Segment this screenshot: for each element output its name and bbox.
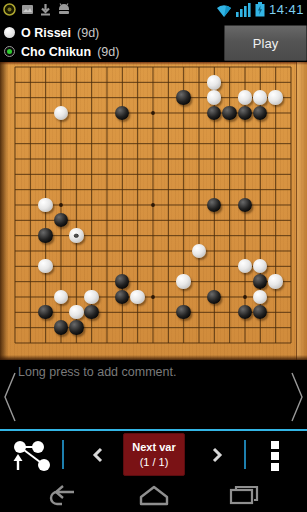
next-var-button[interactable]: Next var (1 / 1) — [123, 433, 185, 476]
stone-black — [238, 106, 252, 120]
comment-placeholder: Long press to add comment. — [18, 365, 176, 379]
next-var-label: Next var — [132, 440, 175, 454]
battery-icon — [255, 2, 265, 17]
white-stone-icon — [4, 27, 15, 38]
stone-white — [253, 259, 267, 273]
stone-white — [176, 274, 190, 288]
last-move-marker — [74, 233, 79, 238]
stones-layer — [7, 59, 298, 350]
stone-black — [176, 90, 190, 104]
stone-white — [238, 90, 252, 104]
player-bar: O Rissei (9d) Cho Chikun (9d) Play — [0, 22, 307, 62]
stone-white — [38, 259, 52, 273]
stone-black — [238, 198, 252, 212]
stone-white — [253, 90, 267, 104]
toolbar-separator — [62, 440, 64, 469]
turn-indicator-dot — [7, 49, 12, 54]
app-screen: 14:41 O Rissei (9d) Cho Chikun (9d) Play… — [0, 0, 307, 512]
stone-black — [54, 320, 68, 334]
recents-icon[interactable] — [228, 483, 260, 507]
stone-black — [115, 274, 129, 288]
next-move-chevron-icon[interactable] — [290, 371, 304, 423]
play-button[interactable]: Play — [224, 25, 307, 61]
stone-white — [238, 259, 252, 273]
stone-black — [253, 274, 267, 288]
status-right-icons: 14:41 — [216, 2, 304, 17]
prev-variation-button[interactable] — [82, 440, 112, 469]
left-chevron-icon — [92, 447, 103, 463]
stone-black — [207, 198, 221, 212]
back-icon[interactable] — [46, 483, 80, 507]
variation-tree-icon[interactable] — [8, 438, 58, 472]
signal-icon — [236, 3, 251, 17]
stone-black — [69, 320, 83, 334]
goban[interactable] — [0, 62, 307, 360]
stone-white — [69, 228, 83, 242]
right-chevron-icon — [212, 447, 223, 463]
stone-black — [54, 213, 68, 227]
overflow-menu-icon[interactable] — [271, 441, 279, 471]
player-white-rank: (9d) — [77, 26, 99, 40]
stone-white — [69, 305, 83, 319]
stone-black — [253, 305, 267, 319]
prev-move-chevron-icon[interactable] — [3, 371, 17, 423]
stone-white — [253, 290, 267, 304]
next-var-count: (1 / 1) — [140, 455, 169, 469]
download-icon — [39, 3, 52, 16]
next-variation-button[interactable] — [202, 440, 232, 469]
stone-white — [207, 90, 221, 104]
stone-black — [207, 290, 221, 304]
stone-black — [38, 228, 52, 242]
stone-black — [115, 106, 129, 120]
stone-white — [54, 106, 68, 120]
stone-white — [268, 90, 282, 104]
stone-white — [268, 274, 282, 288]
stone-white — [192, 244, 206, 258]
stone-black — [176, 305, 190, 319]
android-nav-bar — [0, 477, 307, 512]
stone-black — [207, 106, 221, 120]
stone-white — [207, 75, 221, 89]
notification-icon — [3, 3, 16, 16]
player-black-rank: (9d) — [97, 45, 119, 59]
clock: 14:41 — [269, 2, 304, 17]
status-bar: 14:41 — [0, 0, 307, 22]
player-white-name: O Rissei — [21, 26, 71, 40]
stone-black — [222, 106, 236, 120]
stone-black — [115, 290, 129, 304]
comment-area[interactable]: Long press to add comment. — [0, 360, 307, 429]
usb-debug-icon — [57, 3, 71, 16]
stone-white — [130, 290, 144, 304]
toolbar-separator-2 — [244, 440, 246, 469]
stone-white — [84, 290, 98, 304]
stone-black — [253, 106, 267, 120]
stone-black — [84, 305, 98, 319]
wifi-icon — [216, 3, 232, 17]
screenshot-icon — [21, 3, 34, 16]
player-white-row: O Rissei (9d) — [4, 23, 99, 42]
stone-black — [238, 305, 252, 319]
status-left-icons — [3, 3, 71, 16]
stone-white — [54, 290, 68, 304]
stone-white — [38, 198, 52, 212]
toolbar: Next var (1 / 1) — [0, 429, 307, 477]
black-stone-turn-icon — [4, 46, 15, 57]
player-black-row: Cho Chikun (9d) — [4, 42, 119, 61]
home-icon[interactable] — [138, 483, 170, 507]
player-black-name: Cho Chikun — [21, 45, 91, 59]
stone-black — [38, 305, 52, 319]
